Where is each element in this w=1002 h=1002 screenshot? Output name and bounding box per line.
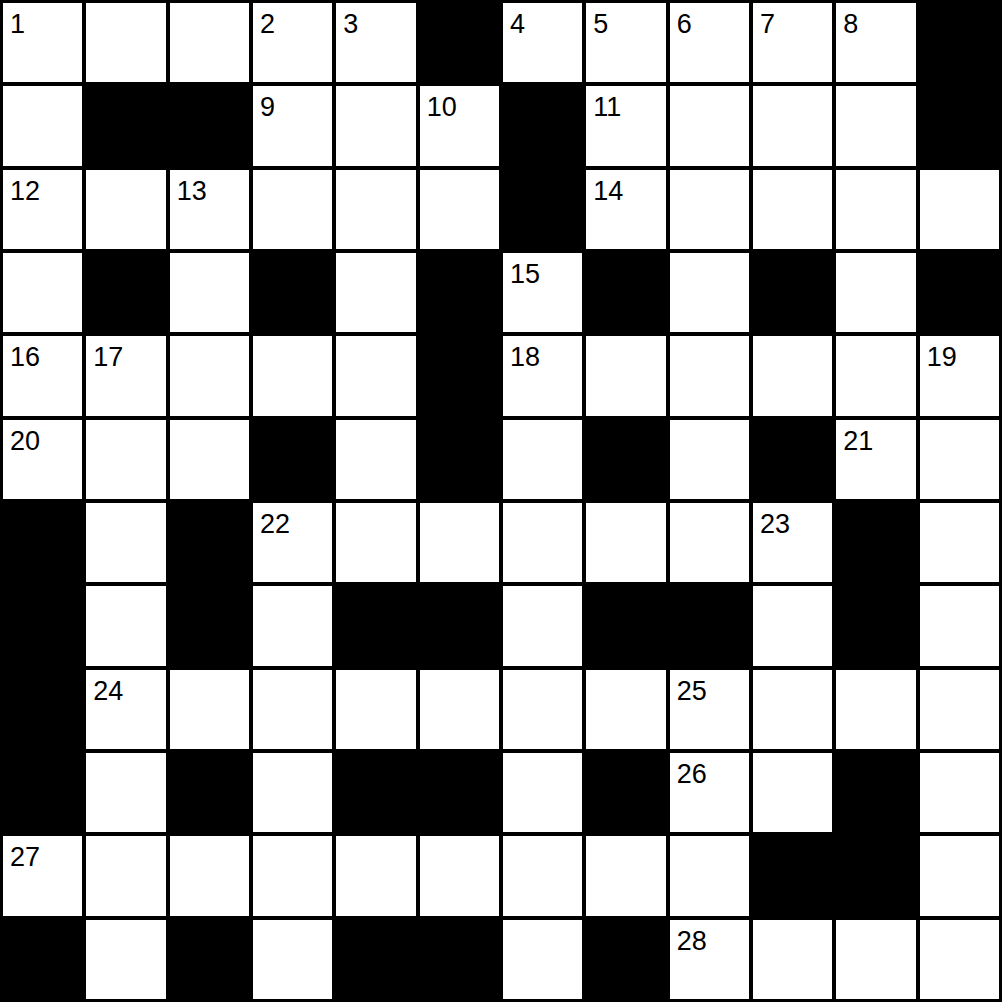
clue-number: 20 xyxy=(10,428,40,455)
white-cell-r10c11[interactable] xyxy=(918,834,1001,917)
black-cell-r11c5 xyxy=(418,918,501,1001)
clue-number: 25 xyxy=(677,678,707,705)
white-cell-r3c6[interactable]: 15 xyxy=(501,251,584,334)
clue-number: 4 xyxy=(510,11,525,38)
clue-number: 19 xyxy=(927,344,957,371)
white-cell-r5c0[interactable]: 20 xyxy=(1,418,84,501)
black-cell-r9c2 xyxy=(168,751,251,834)
black-cell-r11c0 xyxy=(1,918,84,1001)
black-cell-r11c4 xyxy=(334,918,417,1001)
clue-number: 23 xyxy=(760,511,790,538)
white-cell-r0c10[interactable]: 8 xyxy=(834,1,917,84)
white-cell-r11c9[interactable] xyxy=(751,918,834,1001)
black-cell-r4c5 xyxy=(418,334,501,417)
white-cell-r5c11[interactable] xyxy=(918,418,1001,501)
white-cell-r4c6[interactable]: 18 xyxy=(501,334,584,417)
white-cell-r1c5[interactable]: 10 xyxy=(418,84,501,167)
white-cell-r0c3[interactable]: 2 xyxy=(251,1,334,84)
white-cell-r9c6[interactable] xyxy=(501,751,584,834)
white-cell-r1c10[interactable] xyxy=(834,84,917,167)
black-cell-r1c2 xyxy=(168,84,251,167)
clue-number: 27 xyxy=(10,844,40,871)
white-cell-r7c6[interactable] xyxy=(501,584,584,667)
white-cell-r8c4[interactable] xyxy=(334,668,417,751)
white-cell-r11c10[interactable] xyxy=(834,918,917,1001)
white-cell-r0c6[interactable]: 4 xyxy=(501,1,584,84)
white-cell-r5c4[interactable] xyxy=(334,418,417,501)
black-cell-r9c7 xyxy=(584,751,667,834)
black-cell-r9c10 xyxy=(834,751,917,834)
white-cell-r5c10[interactable]: 21 xyxy=(834,418,917,501)
clue-number: 22 xyxy=(260,511,290,538)
white-cell-r6c5[interactable] xyxy=(418,501,501,584)
white-cell-r2c1[interactable] xyxy=(84,168,167,251)
black-cell-r0c5 xyxy=(418,1,501,84)
white-cell-r8c5[interactable] xyxy=(418,668,501,751)
clue-number: 15 xyxy=(510,261,540,288)
white-cell-r8c1[interactable]: 24 xyxy=(84,668,167,751)
black-cell-r8c0 xyxy=(1,668,84,751)
white-cell-r8c3[interactable] xyxy=(251,668,334,751)
black-cell-r3c3 xyxy=(251,251,334,334)
white-cell-r0c0[interactable]: 1 xyxy=(1,1,84,84)
black-cell-r1c11 xyxy=(918,84,1001,167)
white-cell-r3c0[interactable] xyxy=(1,251,84,334)
black-cell-r3c7 xyxy=(584,251,667,334)
white-cell-r1c9[interactable] xyxy=(751,84,834,167)
white-cell-r0c7[interactable]: 5 xyxy=(584,1,667,84)
white-cell-r2c8[interactable] xyxy=(668,168,751,251)
white-cell-r11c6[interactable] xyxy=(501,918,584,1001)
white-cell-r10c7[interactable] xyxy=(584,834,667,917)
white-cell-r0c8[interactable]: 6 xyxy=(668,1,751,84)
white-cell-r0c4[interactable]: 3 xyxy=(334,1,417,84)
white-cell-r2c0[interactable]: 12 xyxy=(1,168,84,251)
black-cell-r9c0 xyxy=(1,751,84,834)
black-cell-r7c0 xyxy=(1,584,84,667)
clue-number: 3 xyxy=(343,11,358,38)
clue-number: 17 xyxy=(93,344,123,371)
white-cell-r2c7[interactable]: 14 xyxy=(584,168,667,251)
clue-number: 1 xyxy=(10,11,25,38)
clue-number: 24 xyxy=(93,678,123,705)
black-cell-r7c5 xyxy=(418,584,501,667)
white-cell-r2c2[interactable]: 13 xyxy=(168,168,251,251)
white-cell-r2c9[interactable] xyxy=(751,168,834,251)
black-cell-r2c6 xyxy=(501,168,584,251)
white-cell-r6c9[interactable]: 23 xyxy=(751,501,834,584)
white-cell-r11c3[interactable] xyxy=(251,918,334,1001)
white-cell-r1c0[interactable] xyxy=(1,84,84,167)
white-cell-r10c6[interactable] xyxy=(501,834,584,917)
white-cell-r4c4[interactable] xyxy=(334,334,417,417)
white-cell-r6c7[interactable] xyxy=(584,501,667,584)
white-cell-r2c3[interactable] xyxy=(251,168,334,251)
white-cell-r0c2[interactable] xyxy=(168,1,251,84)
white-cell-r4c11[interactable]: 19 xyxy=(918,334,1001,417)
clue-number: 13 xyxy=(177,178,207,205)
white-cell-r10c1[interactable] xyxy=(84,834,167,917)
white-cell-r11c1[interactable] xyxy=(84,918,167,1001)
clue-number: 6 xyxy=(677,11,692,38)
white-cell-r4c0[interactable]: 16 xyxy=(1,334,84,417)
black-cell-r6c10 xyxy=(834,501,917,584)
white-cell-r7c9[interactable] xyxy=(751,584,834,667)
white-cell-r4c3[interactable] xyxy=(251,334,334,417)
white-cell-r6c11[interactable] xyxy=(918,501,1001,584)
black-cell-r1c1 xyxy=(84,84,167,167)
black-cell-r1c6 xyxy=(501,84,584,167)
white-cell-r8c9[interactable] xyxy=(751,668,834,751)
white-cell-r0c1[interactable] xyxy=(84,1,167,84)
clue-number: 12 xyxy=(10,178,40,205)
white-cell-r6c8[interactable] xyxy=(668,501,751,584)
clue-number: 8 xyxy=(843,11,858,38)
black-cell-r9c5 xyxy=(418,751,501,834)
white-cell-r7c3[interactable] xyxy=(251,584,334,667)
white-cell-r2c10[interactable] xyxy=(834,168,917,251)
clue-number: 9 xyxy=(260,94,275,121)
white-cell-r10c5[interactable] xyxy=(418,834,501,917)
white-cell-r3c2[interactable] xyxy=(168,251,251,334)
black-cell-r6c0 xyxy=(1,501,84,584)
clue-number: 14 xyxy=(593,178,623,205)
white-cell-r3c8[interactable] xyxy=(668,251,751,334)
black-cell-r11c7 xyxy=(584,918,667,1001)
black-cell-r5c9 xyxy=(751,418,834,501)
black-cell-r10c9 xyxy=(751,834,834,917)
clue-number: 7 xyxy=(760,11,775,38)
black-cell-r11c2 xyxy=(168,918,251,1001)
white-cell-r0c9[interactable]: 7 xyxy=(751,1,834,84)
white-cell-r10c8[interactable] xyxy=(668,834,751,917)
white-cell-r1c8[interactable] xyxy=(668,84,751,167)
black-cell-r3c5 xyxy=(418,251,501,334)
clue-number: 5 xyxy=(593,11,608,38)
white-cell-r2c4[interactable] xyxy=(334,168,417,251)
white-cell-r4c2[interactable] xyxy=(168,334,251,417)
white-cell-r9c3[interactable] xyxy=(251,751,334,834)
white-cell-r4c9[interactable] xyxy=(751,334,834,417)
white-cell-r6c3[interactable]: 22 xyxy=(251,501,334,584)
clue-number: 16 xyxy=(10,344,40,371)
white-cell-r10c4[interactable] xyxy=(334,834,417,917)
black-cell-r7c4 xyxy=(334,584,417,667)
black-cell-r6c2 xyxy=(168,501,251,584)
white-cell-r1c3[interactable]: 9 xyxy=(251,84,334,167)
white-cell-r4c1[interactable]: 17 xyxy=(84,334,167,417)
clue-number: 2 xyxy=(260,11,275,38)
white-cell-r5c2[interactable] xyxy=(168,418,251,501)
white-cell-r4c7[interactable] xyxy=(584,334,667,417)
white-cell-r6c6[interactable] xyxy=(501,501,584,584)
clue-number: 26 xyxy=(677,761,707,788)
black-cell-r5c3 xyxy=(251,418,334,501)
white-cell-r5c8[interactable] xyxy=(668,418,751,501)
white-cell-r1c7[interactable]: 11 xyxy=(584,84,667,167)
white-cell-r11c8[interactable]: 28 xyxy=(668,918,751,1001)
clue-number: 11 xyxy=(593,94,621,121)
white-cell-r11c11[interactable] xyxy=(918,918,1001,1001)
black-cell-r10c10 xyxy=(834,834,917,917)
white-cell-r8c7[interactable] xyxy=(584,668,667,751)
white-cell-r10c3[interactable] xyxy=(251,834,334,917)
black-cell-r0c11 xyxy=(918,1,1001,84)
white-cell-r9c11[interactable] xyxy=(918,751,1001,834)
clue-number: 21 xyxy=(843,428,873,455)
white-cell-r4c8[interactable] xyxy=(668,334,751,417)
white-cell-r5c6[interactable] xyxy=(501,418,584,501)
black-cell-r7c10 xyxy=(834,584,917,667)
white-cell-r7c1[interactable] xyxy=(84,584,167,667)
white-cell-r8c11[interactable] xyxy=(918,668,1001,751)
black-cell-r9c4 xyxy=(334,751,417,834)
white-cell-r6c4[interactable] xyxy=(334,501,417,584)
white-cell-r9c1[interactable] xyxy=(84,751,167,834)
black-cell-r3c9 xyxy=(751,251,834,334)
clue-number: 10 xyxy=(427,94,457,121)
clue-number: 18 xyxy=(510,344,540,371)
white-cell-r8c10[interactable] xyxy=(834,668,917,751)
black-cell-r7c2 xyxy=(168,584,251,667)
white-cell-r8c2[interactable] xyxy=(168,668,251,751)
black-cell-r3c11 xyxy=(918,251,1001,334)
white-cell-r10c2[interactable] xyxy=(168,834,251,917)
black-cell-r7c7 xyxy=(584,584,667,667)
black-cell-r3c1 xyxy=(84,251,167,334)
white-cell-r2c11[interactable] xyxy=(918,168,1001,251)
white-cell-r9c9[interactable] xyxy=(751,751,834,834)
black-cell-r5c5 xyxy=(418,418,501,501)
white-cell-r4c10[interactable] xyxy=(834,334,917,417)
black-cell-r5c7 xyxy=(584,418,667,501)
white-cell-r1c4[interactable] xyxy=(334,84,417,167)
white-cell-r3c10[interactable] xyxy=(834,251,917,334)
white-cell-r10c0[interactable]: 27 xyxy=(1,834,84,917)
white-cell-r7c11[interactable] xyxy=(918,584,1001,667)
black-cell-r7c8 xyxy=(668,584,751,667)
white-cell-r6c1[interactable] xyxy=(84,501,167,584)
white-cell-r9c8[interactable]: 26 xyxy=(668,751,751,834)
white-cell-r8c8[interactable]: 25 xyxy=(668,668,751,751)
clue-number: 28 xyxy=(677,928,707,955)
white-cell-r2c5[interactable] xyxy=(418,168,501,251)
crossword-grid: 1234567891011121314151617181920212223242… xyxy=(0,0,1002,1002)
white-cell-r8c6[interactable] xyxy=(501,668,584,751)
white-cell-r3c4[interactable] xyxy=(334,251,417,334)
white-cell-r5c1[interactable] xyxy=(84,418,167,501)
